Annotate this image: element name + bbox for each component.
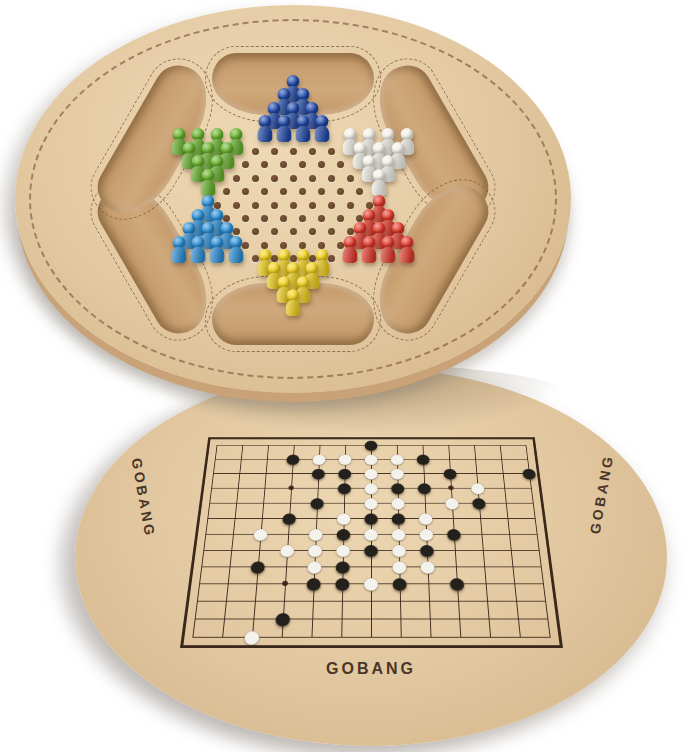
board-hole [299,215,306,222]
stone-black: ● [279,449,306,467]
stone-black: ● [303,492,331,512]
board-hole [252,202,259,209]
gobang-label-right: GOBANG [587,453,617,536]
board-hole [252,175,259,182]
peg-R [380,236,397,263]
stone-black: ● [411,477,438,496]
stone-white: ● [438,492,466,512]
board-hole [280,161,287,168]
board-hole [309,148,316,155]
stone-black: ● [299,571,329,593]
stone-black: ● [439,523,468,544]
peg-R [342,236,359,263]
board-hole [223,188,230,195]
peg-G [199,169,216,196]
product-photo: GOBANG GOBANG ●●●●●●●●●●●●●●●●●●●●●●●●●●… [0,0,688,752]
board-hole [271,148,278,155]
peg-C [171,236,188,263]
board-hole [309,202,316,209]
board-hole [328,148,335,155]
board-hole [309,175,316,182]
board-hole [242,161,249,168]
peg-R [361,236,378,263]
gobang-grid: ●●●●●●●●●●●●●●●●●●●●●●●●●●●●●●●●●●●●●●●●… [192,445,550,638]
board-hole [347,175,354,182]
gobang-grid-frame: ●●●●●●●●●●●●●●●●●●●●●●●●●●●●●●●●●●●●●●●●… [180,437,563,648]
board-hole [318,215,325,222]
stone-black: ● [385,571,414,593]
board-hole [261,215,268,222]
stone-black: ● [357,539,385,560]
stone-black: ● [328,571,357,593]
gobang-board: GOBANG GOBANG ●●●●●●●●●●●●●●●●●●●●●●●●●●… [75,368,667,746]
board-hole [252,228,259,235]
board-hole [337,161,344,168]
board-hole [290,175,297,182]
board-hole [318,242,325,249]
board-hole [290,148,297,155]
stone-black: ● [436,463,463,482]
board-hole [318,161,325,168]
stone-black: ● [465,492,494,512]
stone-white: ● [357,571,386,593]
peg-B [294,115,311,142]
stone-black: ● [410,449,437,467]
board-hole [280,215,287,222]
board-hole [290,228,297,235]
board-hole [280,188,287,195]
board-hole [271,175,278,182]
stone-black: ● [515,463,544,482]
board-hole [261,188,268,195]
stone-black: ● [243,555,273,577]
board-hole [309,228,316,235]
stone-white: ● [246,523,275,544]
board-hole [328,202,335,209]
stone-black: ● [275,507,304,527]
hoshi-point [288,486,294,490]
gobang-label-left: GOBANG [129,457,159,540]
board-hole [299,161,306,168]
peg-B [256,115,273,142]
board-hole [337,188,344,195]
board-hole [318,188,325,195]
peg-R [399,236,416,263]
board-hole [299,242,306,249]
stone-black: ● [442,571,472,593]
stone-white: ● [413,555,442,577]
peg-W [370,169,387,196]
board-hole [356,188,363,195]
peg-B [313,115,330,142]
board-hole [261,161,268,168]
board-hole [347,202,354,209]
stone-white: ● [236,624,268,648]
hoshi-point [282,581,288,586]
star-hole-field [15,5,571,393]
peg-C [190,236,207,263]
board-hole [242,215,249,222]
board-hole [242,188,249,195]
peg-C [228,236,245,263]
board-hole [271,228,278,235]
chinese-checkers-board [15,5,571,393]
board-hole [271,202,278,209]
board-hole [252,148,259,155]
stone-white: ● [273,539,302,560]
stone-black: ● [331,477,358,496]
board-hole [280,242,287,249]
board-hole [290,202,297,209]
stone-black: ● [305,463,332,482]
board-hole [299,188,306,195]
peg-C [209,236,226,263]
board-hole [261,242,268,249]
board-hole [233,202,240,209]
gobang-label-bottom: GOBANG [75,660,667,678]
board-hole [337,215,344,222]
board-hole [233,175,240,182]
peg-Y [285,289,302,316]
peg-B [275,115,292,142]
board-hole [328,228,335,235]
board-hole [328,175,335,182]
stone-black: ● [267,606,298,629]
